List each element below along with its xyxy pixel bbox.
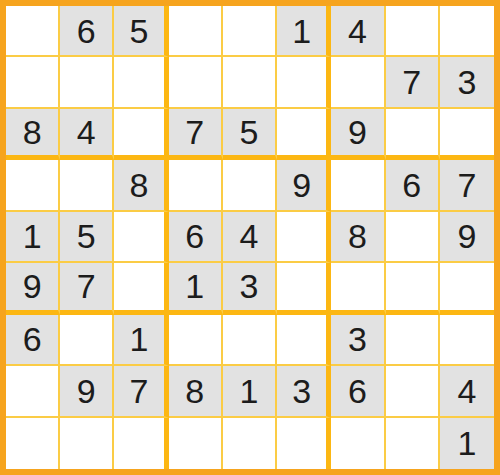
sudoku-cell-r7c3[interactable]: 1 [114,315,168,366]
sudoku-cell-r7c6[interactable] [277,315,331,366]
sudoku-board: 651473847598967156489971361397813641 [0,0,500,475]
sudoku-cell-r2c1[interactable] [6,57,60,108]
sudoku-cell-r3c3[interactable] [114,109,168,160]
sudoku-cell-r1c5[interactable] [223,6,277,57]
sudoku-cell-r8c3[interactable]: 7 [114,366,168,417]
sudoku-cell-r8c7[interactable]: 6 [331,366,385,417]
sudoku-cell-r9c8[interactable] [386,418,440,469]
sudoku-cell-r5c2[interactable]: 5 [60,212,114,263]
sudoku-cell-r8c4[interactable]: 8 [169,366,223,417]
sudoku-cell-r7c4[interactable] [169,315,223,366]
sudoku-cell-r9c3[interactable] [114,418,168,469]
sudoku-cell-r3c9[interactable] [440,109,494,160]
sudoku-cell-r5c9[interactable]: 9 [440,212,494,263]
sudoku-cell-r5c1[interactable]: 1 [6,212,60,263]
sudoku-cell-r1c7[interactable]: 4 [331,6,385,57]
sudoku-cell-r8c5[interactable]: 1 [223,366,277,417]
sudoku-cell-r3c6[interactable] [277,109,331,160]
sudoku-cell-r2c5[interactable] [223,57,277,108]
sudoku-cell-r1c4[interactable] [169,6,223,57]
sudoku-cell-r2c8[interactable]: 7 [386,57,440,108]
sudoku-cell-r6c1[interactable]: 9 [6,263,60,314]
sudoku-cell-r1c6[interactable]: 1 [277,6,331,57]
sudoku-cell-r9c4[interactable] [169,418,223,469]
sudoku-cell-r4c7[interactable] [331,160,385,211]
sudoku-cell-r9c5[interactable] [223,418,277,469]
sudoku-cell-r6c4[interactable]: 1 [169,263,223,314]
sudoku-cell-r7c5[interactable] [223,315,277,366]
sudoku-cell-r1c9[interactable] [440,6,494,57]
sudoku-cell-r6c7[interactable] [331,263,385,314]
sudoku-cell-r2c7[interactable] [331,57,385,108]
sudoku-cell-r2c2[interactable] [60,57,114,108]
sudoku-app: 651473847598967156489971361397813641 [0,0,500,475]
sudoku-cell-r1c2[interactable]: 6 [60,6,114,57]
sudoku-cell-r6c9[interactable] [440,263,494,314]
sudoku-cell-r3c7[interactable]: 9 [331,109,385,160]
sudoku-cell-r5c4[interactable]: 6 [169,212,223,263]
sudoku-cell-r9c2[interactable] [60,418,114,469]
sudoku-cell-r7c8[interactable] [386,315,440,366]
sudoku-cell-r2c3[interactable] [114,57,168,108]
sudoku-cell-r8c8[interactable] [386,366,440,417]
sudoku-cell-r9c6[interactable] [277,418,331,469]
sudoku-cell-r4c1[interactable] [6,160,60,211]
sudoku-cell-r7c7[interactable]: 3 [331,315,385,366]
sudoku-cell-r7c1[interactable]: 6 [6,315,60,366]
sudoku-cell-r5c8[interactable] [386,212,440,263]
sudoku-cell-r8c6[interactable]: 3 [277,366,331,417]
sudoku-cell-r4c6[interactable]: 9 [277,160,331,211]
sudoku-cell-r4c8[interactable]: 6 [386,160,440,211]
sudoku-cell-r7c9[interactable] [440,315,494,366]
sudoku-cell-r7c2[interactable] [60,315,114,366]
sudoku-cell-r4c3[interactable]: 8 [114,160,168,211]
sudoku-cell-r5c5[interactable]: 4 [223,212,277,263]
sudoku-cell-r6c5[interactable]: 3 [223,263,277,314]
sudoku-cell-r4c4[interactable] [169,160,223,211]
sudoku-cell-r3c5[interactable]: 5 [223,109,277,160]
sudoku-cell-r6c2[interactable]: 7 [60,263,114,314]
sudoku-cell-r9c1[interactable] [6,418,60,469]
sudoku-cell-r4c2[interactable] [60,160,114,211]
sudoku-cell-r4c5[interactable] [223,160,277,211]
sudoku-cell-r2c9[interactable]: 3 [440,57,494,108]
sudoku-cell-r6c3[interactable] [114,263,168,314]
sudoku-cell-r6c6[interactable] [277,263,331,314]
sudoku-cell-r9c7[interactable] [331,418,385,469]
sudoku-cell-r2c4[interactable] [169,57,223,108]
sudoku-cell-r8c2[interactable]: 9 [60,366,114,417]
sudoku-cell-r3c2[interactable]: 4 [60,109,114,160]
sudoku-cell-r1c1[interactable] [6,6,60,57]
sudoku-cell-r5c3[interactable] [114,212,168,263]
sudoku-cell-r9c9[interactable]: 1 [440,418,494,469]
sudoku-cell-r3c1[interactable]: 8 [6,109,60,160]
sudoku-cell-r8c1[interactable] [6,366,60,417]
sudoku-cell-r2c6[interactable] [277,57,331,108]
sudoku-cell-r5c7[interactable]: 8 [331,212,385,263]
sudoku-cell-r1c3[interactable]: 5 [114,6,168,57]
sudoku-cell-r6c8[interactable] [386,263,440,314]
sudoku-cell-r3c4[interactable]: 7 [169,109,223,160]
sudoku-cell-r4c9[interactable]: 7 [440,160,494,211]
sudoku-cell-r5c6[interactable] [277,212,331,263]
sudoku-cell-r1c8[interactable] [386,6,440,57]
sudoku-cell-r3c8[interactable] [386,109,440,160]
sudoku-cell-r8c9[interactable]: 4 [440,366,494,417]
